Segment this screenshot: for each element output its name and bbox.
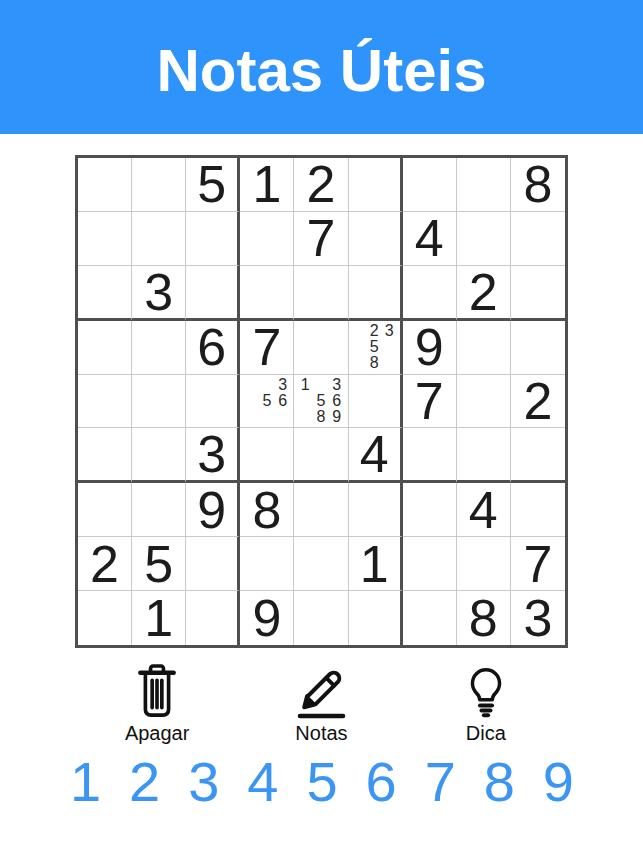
cell-r9c7[interactable]	[403, 591, 457, 645]
cell-r9c6[interactable]	[349, 591, 403, 645]
cell-digit: 7	[523, 538, 552, 590]
cell-r2c7[interactable]: 4	[403, 212, 457, 266]
cell-r6c1[interactable]	[78, 428, 132, 483]
page-title: Notas Úteis	[156, 30, 486, 105]
cell-digit: 3	[144, 266, 173, 318]
cell-digit: 1	[360, 538, 389, 590]
note-digit	[352, 355, 367, 371]
cell-digit: 3	[523, 592, 552, 644]
cell-digit: 9	[415, 321, 444, 373]
numpad: 123456789	[56, 746, 588, 818]
note-digit	[259, 377, 275, 393]
note-digit	[275, 409, 291, 425]
lightbulb-icon	[462, 656, 510, 720]
cell-r4c2[interactable]	[132, 321, 186, 375]
cell-r7c8[interactable]: 4	[457, 483, 511, 537]
cell-r7c1[interactable]	[78, 483, 132, 537]
cell-r9c4[interactable]: 9	[240, 591, 294, 645]
numpad-digit-1[interactable]: 1	[56, 746, 115, 818]
cell-r1c4[interactable]: 1	[240, 158, 294, 212]
note-digit	[243, 377, 259, 393]
note-digit	[352, 339, 367, 355]
cell-r8c7[interactable]	[403, 537, 457, 591]
cell-r9c9[interactable]: 3	[511, 591, 565, 645]
cell-r6c4[interactable]	[240, 428, 294, 483]
cell-digit: 1	[144, 592, 173, 644]
cell-r3c9[interactable]	[511, 266, 565, 321]
cell-r4c4[interactable]: 7	[240, 321, 294, 375]
cell-r8c9[interactable]: 7	[511, 537, 565, 591]
note-digit: 3	[329, 377, 345, 393]
cell-r2c2[interactable]	[132, 212, 186, 266]
cell-r3c1[interactable]	[78, 266, 132, 321]
note-digit: 2	[367, 323, 382, 339]
note-digit: 9	[329, 409, 345, 425]
cell-r2c5[interactable]: 7	[294, 212, 348, 266]
erase-button[interactable]: Apagar	[75, 656, 239, 745]
cell-r7c9[interactable]	[511, 483, 565, 537]
cell-r5c5[interactable]: 135689	[294, 375, 348, 429]
cell-r1c8[interactable]	[457, 158, 511, 212]
cell-r4c1[interactable]	[78, 321, 132, 375]
cell-r5c4[interactable]: 356	[240, 375, 294, 429]
cell-r2c6[interactable]	[349, 212, 403, 266]
cell-r5c2[interactable]	[132, 375, 186, 429]
note-digit: 6	[329, 393, 345, 409]
numpad-digit-9[interactable]: 9	[529, 746, 588, 818]
hint-button[interactable]: Dica	[404, 656, 568, 745]
numpad-digit-2[interactable]: 2	[115, 746, 174, 818]
cell-r3c8[interactable]: 2	[457, 266, 511, 321]
cell-r7c4[interactable]: 8	[240, 483, 294, 537]
cell-r8c4[interactable]	[240, 537, 294, 591]
erase-button-label: Apagar	[125, 722, 190, 745]
cell-digit: 3	[197, 428, 226, 480]
cell-r7c7[interactable]	[403, 483, 457, 537]
cell-r9c8[interactable]: 8	[457, 591, 511, 645]
cell-r8c3[interactable]	[186, 537, 240, 591]
cell-r1c6[interactable]	[349, 158, 403, 212]
note-digit: 6	[275, 393, 291, 409]
cell-r6c3[interactable]: 3	[186, 428, 240, 483]
cell-r6c9[interactable]	[511, 428, 565, 483]
cell-r5c3[interactable]	[186, 375, 240, 429]
cell-r8c6[interactable]: 1	[349, 537, 403, 591]
cell-digit: 8	[469, 592, 498, 644]
note-digit	[297, 393, 313, 409]
cell-r5c8[interactable]	[457, 375, 511, 429]
cell-r9c1[interactable]	[78, 591, 132, 645]
cell-r8c1[interactable]: 2	[78, 537, 132, 591]
cell-digit: 5	[144, 538, 173, 590]
cell-digit: 8	[252, 484, 281, 536]
toolbar: Apagar Notas	[75, 656, 568, 745]
note-digit: 3	[382, 323, 397, 339]
note-digit	[313, 377, 329, 393]
note-digit	[259, 409, 275, 425]
note-digit	[382, 355, 397, 371]
cell-digit: 4	[469, 484, 498, 536]
cell-digit: 2	[90, 538, 119, 590]
cell-r3c6[interactable]	[349, 266, 403, 321]
cell-r4c8[interactable]	[457, 321, 511, 375]
note-digit	[243, 393, 259, 409]
cell-r8c5[interactable]	[294, 537, 348, 591]
cell-r9c2[interactable]: 1	[132, 591, 186, 645]
cell-r5c9[interactable]: 2	[511, 375, 565, 429]
cell-r3c3[interactable]	[186, 266, 240, 321]
note-digit	[243, 409, 259, 425]
cell-r6c5[interactable]	[294, 428, 348, 483]
cell-r4c6[interactable]: 2358	[349, 321, 403, 375]
note-digit: 8	[313, 409, 329, 425]
cell-r5c7[interactable]: 7	[403, 375, 457, 429]
numpad-digit-7[interactable]: 7	[411, 746, 470, 818]
cell-digit: 2	[307, 158, 336, 210]
cell-r9c3[interactable]	[186, 591, 240, 645]
cell-r6c2[interactable]	[132, 428, 186, 483]
notes-button[interactable]: Notas	[239, 656, 403, 745]
note-digit	[382, 339, 397, 355]
cell-r7c5[interactable]	[294, 483, 348, 537]
note-digit: 1	[297, 377, 313, 393]
cell-digit: 4	[360, 428, 389, 480]
numpad-digit-6[interactable]: 6	[352, 746, 411, 818]
cell-r1c9[interactable]: 8	[511, 158, 565, 212]
cell-r1c3[interactable]: 5	[186, 158, 240, 212]
cell-digit: 7	[252, 321, 281, 373]
cell-r7c6[interactable]	[349, 483, 403, 537]
cell-r4c3[interactable]: 6	[186, 321, 240, 375]
header-banner: Notas Úteis	[0, 0, 643, 134]
cell-r1c1[interactable]	[78, 158, 132, 212]
cell-digit: 4	[415, 212, 444, 264]
cell-r1c7[interactable]	[403, 158, 457, 212]
cell-digit: 9	[252, 592, 281, 644]
numpad-digit-8[interactable]: 8	[470, 746, 529, 818]
cell-r4c5[interactable]	[294, 321, 348, 375]
cell-r1c2[interactable]	[132, 158, 186, 212]
cell-notes: 356	[240, 375, 293, 428]
cell-r3c5[interactable]	[294, 266, 348, 321]
numpad-digit-4[interactable]: 4	[233, 746, 292, 818]
cell-digit: 7	[415, 375, 444, 427]
note-digit	[352, 323, 367, 339]
pencil-icon	[293, 656, 349, 720]
cell-digit: 2	[523, 375, 552, 427]
cell-r2c3[interactable]	[186, 212, 240, 266]
note-digit	[297, 409, 313, 425]
cell-r2c8[interactable]	[457, 212, 511, 266]
cell-r4c9[interactable]	[511, 321, 565, 375]
notes-button-label: Notas	[295, 722, 347, 745]
cell-r6c6[interactable]: 4	[349, 428, 403, 483]
cell-r3c7[interactable]	[403, 266, 457, 321]
cell-r7c3[interactable]: 9	[186, 483, 240, 537]
cell-r9c5[interactable]	[294, 591, 348, 645]
hint-button-label: Dica	[466, 722, 506, 745]
cell-notes: 2358	[349, 321, 400, 374]
cell-r2c4[interactable]	[240, 212, 294, 266]
numpad-digit-3[interactable]: 3	[174, 746, 233, 818]
sudoku-app-screen: Notas Úteis 5128743267235893561356897234…	[0, 0, 643, 858]
cell-r6c7[interactable]	[403, 428, 457, 483]
note-digit: 3	[275, 377, 291, 393]
cell-r5c1[interactable]	[78, 375, 132, 429]
cell-r3c4[interactable]	[240, 266, 294, 321]
numpad-digit-5[interactable]: 5	[292, 746, 351, 818]
cell-r7c2[interactable]	[132, 483, 186, 537]
cell-r2c9[interactable]	[511, 212, 565, 266]
cell-digit: 1	[252, 158, 281, 210]
cell-r3c2[interactable]: 3	[132, 266, 186, 321]
cell-r5c6[interactable]	[349, 375, 403, 429]
cell-digit: 6	[197, 321, 226, 373]
note-digit: 5	[367, 339, 382, 355]
cell-r6c8[interactable]	[457, 428, 511, 483]
cell-r2c1[interactable]	[78, 212, 132, 266]
cell-r8c2[interactable]: 5	[132, 537, 186, 591]
cell-r8c8[interactable]	[457, 537, 511, 591]
sudoku-grid: 512874326723589356135689723498425171983	[75, 155, 568, 648]
cell-digit: 5	[197, 158, 226, 210]
note-digit: 5	[259, 393, 275, 409]
cell-digit: 2	[469, 266, 498, 318]
cell-r1c5[interactable]: 2	[294, 158, 348, 212]
trash-icon	[131, 656, 183, 720]
cell-digit: 7	[307, 212, 336, 264]
cell-digit: 8	[523, 158, 552, 210]
cell-notes: 135689	[294, 375, 347, 428]
cell-r4c7[interactable]: 9	[403, 321, 457, 375]
cell-digit: 9	[197, 484, 226, 536]
note-digit: 8	[367, 355, 382, 371]
note-digit: 5	[313, 393, 329, 409]
